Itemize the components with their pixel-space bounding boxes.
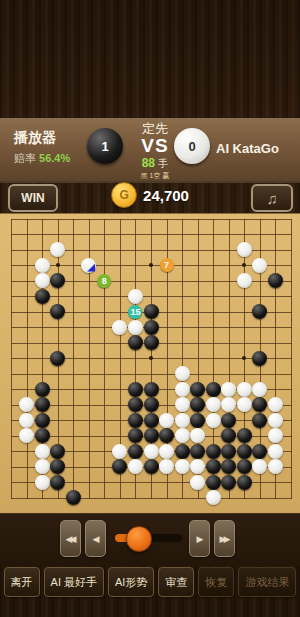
stone-white [128,459,143,474]
move-slider-knob[interactable] [126,526,152,552]
odds-value: 56.4% [39,152,70,164]
stone-black [50,351,65,366]
stone-black [128,397,143,412]
stone-black [144,459,159,474]
handicap-label: 定先 [127,121,183,136]
star-point [56,263,60,267]
stone-white [190,475,205,490]
stone-black [206,382,221,397]
last-move-marker [87,264,95,272]
stone-black [190,413,205,428]
stone-white [268,397,283,412]
stone-black [221,459,236,474]
stone-white [35,475,50,490]
player-info-band: 播放器 赔率 56.4% 1 定先 VS 88 手 黑 1空 赢 0 AI Ka… [0,118,300,183]
stone-black [144,382,159,397]
fast-rewind-button[interactable]: ◀◀ [60,520,81,557]
stone-black [35,289,50,304]
stone-white [112,444,127,459]
stone-black [206,459,221,474]
stone-black [50,459,65,474]
stone-black [237,459,252,474]
stone-white [237,273,252,288]
stone-black [112,459,127,474]
odds-label: 赔率 [14,152,36,164]
review-button[interactable]: 审查 [158,567,194,597]
stone-white [268,459,283,474]
go-app-window: 播放器 赔率 56.4% 1 定先 VS 88 手 黑 1空 赢 0 AI Ka… [0,0,300,617]
grid-line [291,219,292,499]
stone-black [190,382,205,397]
stone-black [50,444,65,459]
fast-forward-button[interactable]: ▶▶ [214,520,235,557]
stone-white [221,397,236,412]
stone-black [237,428,252,443]
stone-white [81,258,96,273]
stone-black [206,444,221,459]
stone-white [268,413,283,428]
stone-black [50,475,65,490]
stone-white [19,428,34,443]
move-slider[interactable] [115,534,182,542]
stone-black [221,428,236,443]
stone-black [128,382,143,397]
stone-black [206,475,221,490]
stone-white [237,397,252,412]
stone-black [237,444,252,459]
stone-black [128,444,143,459]
music-note-icon: ♫ [266,190,277,207]
leave-button[interactable]: 离开 [4,567,40,597]
move-count: 88 手 [127,156,183,171]
move-badge: 15 [128,305,142,319]
stone-black [50,304,65,319]
stone-white [237,382,252,397]
ai-opponent-name: AI KataGo [216,141,300,156]
go-board[interactable]: 7815 [0,213,300,516]
stone-white [175,397,190,412]
stone-white [190,459,205,474]
stone-white [50,242,65,257]
stone-black [252,304,267,319]
stone-black [35,397,50,412]
stone-black [221,444,236,459]
stone-white [19,413,34,428]
stone-white [175,428,190,443]
step-forward-button[interactable]: ▶ [189,520,210,557]
stone-white [35,258,50,273]
stone-white [144,444,159,459]
stone-black [252,351,267,366]
star-point [242,263,246,267]
music-button[interactable]: ♫ [251,184,293,212]
stone-white [190,428,205,443]
stone-black [144,397,159,412]
grid-line [11,374,292,375]
stone-black [252,397,267,412]
stone-white [35,273,50,288]
stone-white [237,242,252,257]
game-result-button: 游戏结果 [238,567,296,597]
stone-white [252,258,267,273]
stone-white [159,459,174,474]
step-back-button[interactable]: ◀ [85,520,106,557]
stone-white [128,320,143,335]
stone-black [252,444,267,459]
stone-white [35,459,50,474]
stone-black [66,490,81,505]
stone-white [19,397,34,412]
stone-white [175,413,190,428]
stone-black [128,428,143,443]
stone-white [206,490,221,505]
star-point [149,263,153,267]
stone-white [268,428,283,443]
stone-white [206,413,221,428]
stone-black [144,413,159,428]
stone-black [237,475,252,490]
stone-black [159,428,174,443]
odds-text: 赔率 56.4% [14,151,70,166]
resume-button: 恢复 [198,567,234,597]
move-badge: 8 [97,274,111,288]
stone-black [144,335,159,350]
white-capture-count: 0 [188,139,195,154]
stone-white [175,366,190,381]
black-capture-count: 1 [101,139,108,154]
stone-black [128,413,143,428]
stone-black [221,475,236,490]
stone-black [144,304,159,319]
move-badge: 7 [160,258,174,272]
stone-black [128,335,143,350]
bottom-button-bar: 离开 AI 最好手 AI形势 审查 恢复 游戏结果 [0,565,300,599]
move-count-unit: 手 [158,158,168,169]
move-count-value: 88 [142,156,155,170]
black-capture-stone: 1 [87,128,123,164]
stone-white [268,444,283,459]
star-point [242,356,246,360]
stone-black [35,413,50,428]
coin-amount: 24,700 [143,187,189,204]
stone-white [206,397,221,412]
stone-black [268,273,283,288]
stone-black [50,273,65,288]
stone-white [35,444,50,459]
stone-black [144,428,159,443]
stone-black [221,413,236,428]
ai-territory-button[interactable]: AI形势 [108,567,154,597]
stone-white [159,413,174,428]
stone-white [252,382,267,397]
stone-black [190,397,205,412]
stone-white [112,320,127,335]
white-capture-stone: 0 [174,128,210,164]
coin-icon: G [111,182,137,208]
score-estimate: 黑 1空 赢 [127,171,183,180]
stone-white [159,444,174,459]
stone-white [221,382,236,397]
stone-black [35,382,50,397]
stone-white [175,382,190,397]
stone-white [252,459,267,474]
stone-black [35,428,50,443]
stone-white [128,289,143,304]
stone-black [252,413,267,428]
star-point [149,356,153,360]
move-nav-bar: ◀◀ ◀ ▶ ▶▶ [0,513,300,566]
ai-best-move-button[interactable]: AI 最好手 [44,567,104,597]
stone-black [190,444,205,459]
toolbar: WIN G 24,700 ♫ [0,181,300,212]
stone-black [175,444,190,459]
stone-white [175,459,190,474]
grid-line [11,498,292,499]
stone-black [144,320,159,335]
